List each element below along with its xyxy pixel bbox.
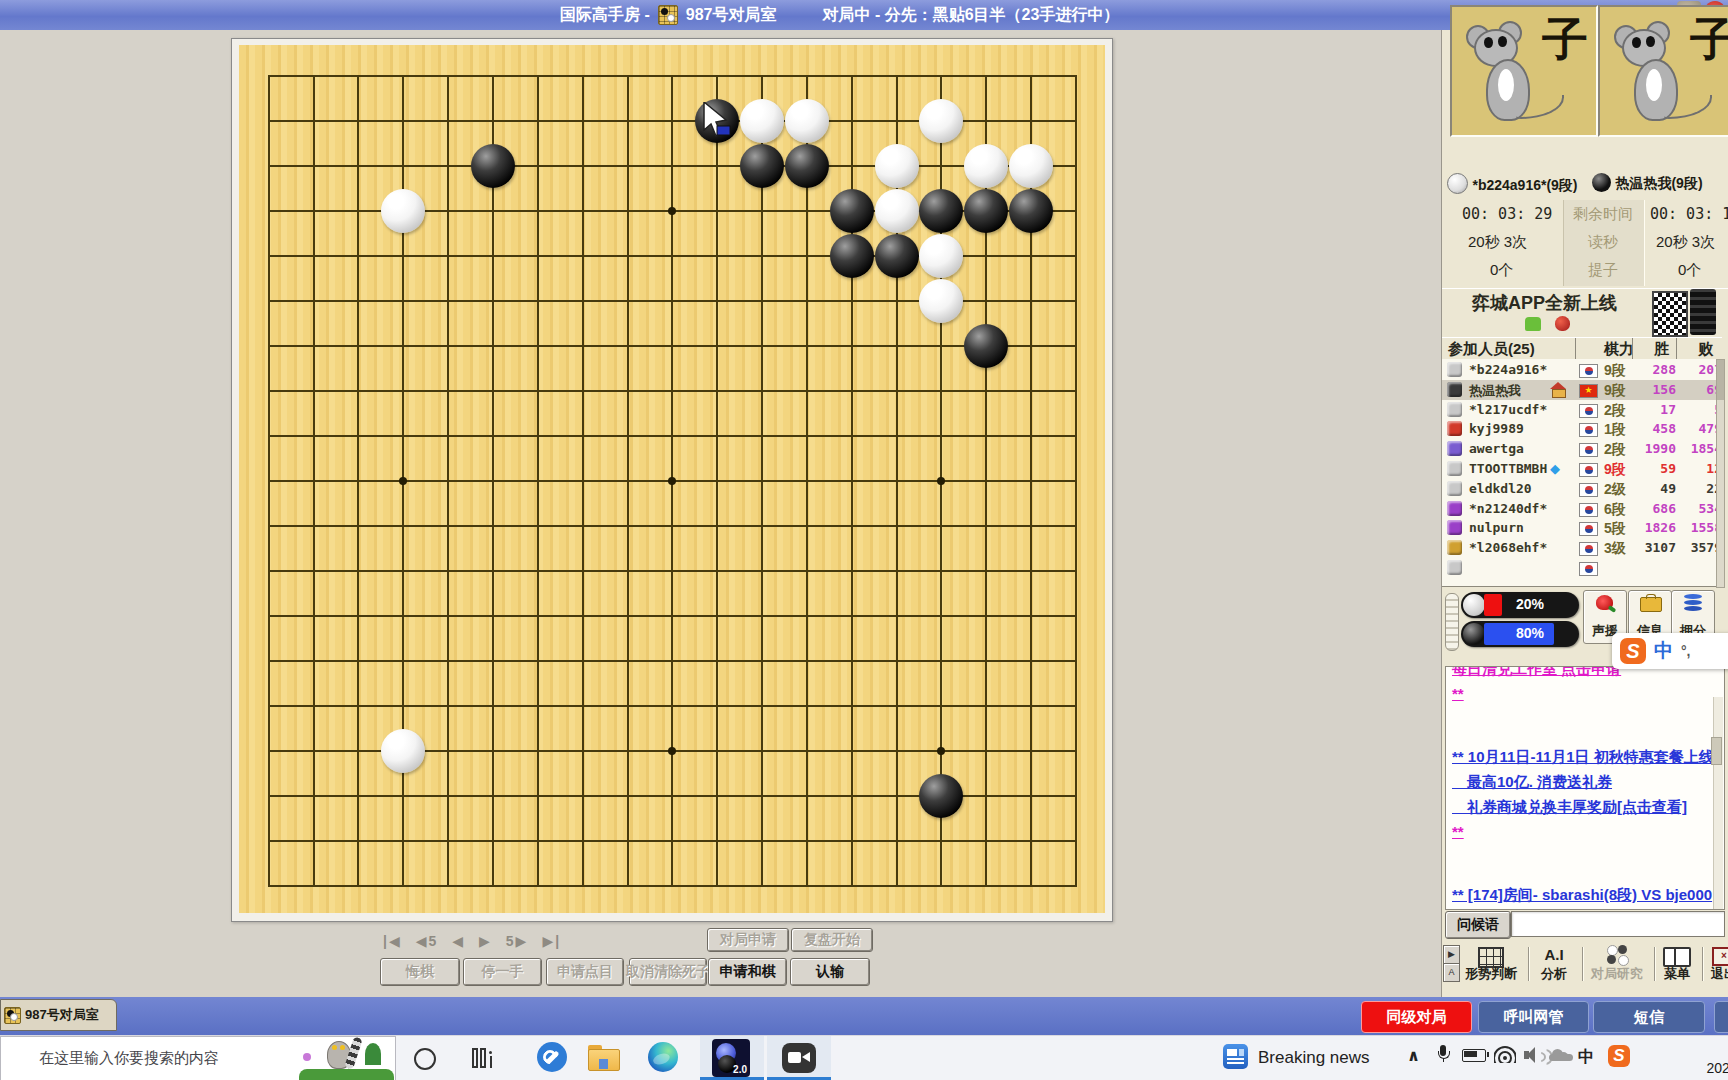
white-player-avatar: 子 <box>1450 5 1598 137</box>
room-tab[interactable]: 987号对局室 <box>0 999 117 1031</box>
chat-scrollbar[interactable] <box>1713 697 1723 910</box>
player-rank: 2级 <box>1604 481 1626 499</box>
player-wins: 686 <box>1628 501 1676 516</box>
go-client-app-icon[interactable]: 2.0 <box>712 1039 750 1077</box>
korea-flag-icon <box>1579 542 1598 556</box>
black-stone[interactable] <box>1009 189 1053 233</box>
grid-line-v <box>806 75 808 887</box>
camera-app-icon[interactable] <box>782 1043 816 1073</box>
black-stone-icon <box>1592 173 1611 192</box>
black-stone[interactable] <box>830 189 874 233</box>
thumb-badge-icon <box>1447 481 1462 496</box>
player-wins: 17 <box>1628 402 1676 417</box>
roster-header-losses: 败 <box>1698 340 1713 359</box>
timer-label-byoyomi: 读秒 <box>1588 233 1618 252</box>
player-name: kyj9989 <box>1469 421 1524 436</box>
white-stone[interactable] <box>740 99 784 143</box>
player-rank: 2段 <box>1604 402 1626 420</box>
windows-taskbar: 在这里输入你要搜索的内容 2.0 <box>0 1035 1728 1080</box>
roster-scrollbar[interactable] <box>1716 359 1725 588</box>
thumb-badge-icon <box>1447 382 1462 397</box>
button-申请和棋[interactable]: 申请和棋 <box>708 958 787 986</box>
news-widget-icon[interactable] <box>1223 1044 1248 1069</box>
bottom-bar-extra-button[interactable] <box>1714 1001 1728 1033</box>
button-申请点目[interactable]: 申请点目 <box>546 958 624 986</box>
nav-glyph[interactable]: ◀5 <box>416 933 439 949</box>
black-stone[interactable] <box>919 774 963 818</box>
chat-message[interactable]: 礼券商城兑换丰厚奖励[点击查看] <box>1452 795 1716 818</box>
white-stone[interactable] <box>964 144 1008 188</box>
black-time: 00: 03: 16 <box>1650 205 1728 223</box>
briefcase-icon <box>1640 597 1662 612</box>
nav-glyph[interactable]: |◀ <box>383 933 402 949</box>
player-rank: 9段 <box>1604 362 1626 380</box>
white-time: 00: 03: 29 <box>1462 205 1552 223</box>
go-board[interactable] <box>239 45 1105 913</box>
greeting-button[interactable]: 问候语 <box>1445 911 1511 939</box>
black-player-avatar: 子 <box>1598 5 1728 137</box>
nav-glyph[interactable]: ▶| <box>542 933 561 949</box>
player-name: nulpurn <box>1469 520 1524 535</box>
tool-形势判断[interactable]: 形势判断 <box>1458 945 1524 983</box>
grid-line-h <box>268 660 1077 662</box>
player-wins: 458 <box>1628 421 1676 436</box>
tool-退出[interactable]: ×退出 <box>1704 945 1728 983</box>
white-captures: 0个 <box>1490 261 1513 280</box>
white-stone[interactable] <box>919 234 963 278</box>
room-title: 987号对局室 <box>686 5 777 26</box>
tool-分析[interactable]: A.I分析 <box>1530 945 1578 983</box>
black-player-name: 热温热我(9段) <box>1615 175 1702 191</box>
grid-line-v <box>761 75 763 887</box>
chat-message[interactable]: ** <box>1452 820 1716 843</box>
player-rank: 6段 <box>1604 501 1626 519</box>
white-stone[interactable] <box>381 729 425 773</box>
zodiac-char: 子 <box>1690 9 1728 71</box>
player-wins: 156 <box>1628 382 1676 397</box>
roster-header: 参加人员(25) 棋力 胜 败 <box>1442 337 1722 361</box>
battery-icon[interactable] <box>1462 1049 1486 1062</box>
china-flag-icon: ★ <box>1579 384 1598 398</box>
task-view-icon[interactable] <box>472 1048 492 1068</box>
tool-菜单[interactable]: 菜单 <box>1656 945 1698 983</box>
white-stone[interactable] <box>1009 144 1053 188</box>
grid-line-h <box>268 840 1077 842</box>
star-point <box>937 747 945 755</box>
grid-line-h <box>268 615 1077 617</box>
white-stone-icon <box>1447 173 1468 194</box>
chat-message[interactable]: 最高10亿. 消费送礼券 <box>1452 770 1716 793</box>
chat-message[interactable]: ** 10月11日-11月1日 初秋特惠套餐上线 <box>1452 745 1716 768</box>
player-name: awertga <box>1469 441 1524 456</box>
star-point <box>668 207 676 215</box>
black-stone[interactable] <box>740 144 784 188</box>
microphone-icon[interactable] <box>1438 1045 1448 1061</box>
player-name: *l217ucdf* <box>1469 402 1547 417</box>
wifi-icon[interactable] <box>1494 1046 1516 1063</box>
button-停一手[interactable]: 停一手 <box>463 958 542 986</box>
ime-language-indicator[interactable]: 中 <box>1578 1047 1594 1068</box>
player-name: eldkdl20 <box>1469 481 1532 496</box>
player-wins: 1826 <box>1628 520 1676 535</box>
go-board-icon <box>658 5 678 25</box>
korea-flag-icon <box>1579 522 1598 536</box>
thumb-badge-icon <box>1447 421 1462 436</box>
chat-message[interactable]: ** <box>1452 682 1716 705</box>
app-banner[interactable]: 弈城APP全新上线 <box>1442 288 1728 338</box>
player-name: *n21240df* <box>1469 501 1547 516</box>
korea-flag-icon <box>1579 503 1598 517</box>
search-box[interactable]: 在这里输入你要搜索的内容 <box>0 1036 396 1080</box>
white-support-bar: 20% <box>1461 592 1579 618</box>
diamond-icon: ◆ <box>1550 461 1560 476</box>
korea-flag-icon <box>1579 404 1598 418</box>
roster-row[interactable]: nulpurn5段18261558 <box>1442 518 1722 538</box>
banner-text[interactable]: 弈城APP全新上线 <box>1472 291 1617 315</box>
mouse-cursor <box>702 102 736 142</box>
move-navigation[interactable]: |◀◀5◀▶5▶▶| <box>383 933 561 949</box>
black-stone[interactable] <box>830 234 874 278</box>
bottombar-短信[interactable]: 短信 <box>1593 1001 1705 1033</box>
button-取消清除死子[interactable]: 取消清除死子 <box>629 958 707 986</box>
speaker-icon[interactable] <box>1524 1047 1546 1063</box>
black-support-bar: 80% <box>1461 621 1579 647</box>
roster-row[interactable]: 热温热我★9段15669 <box>1442 380 1722 400</box>
tool-对局研究[interactable]: 对局研究 <box>1584 945 1650 983</box>
white-stone[interactable] <box>875 144 919 188</box>
roster-row[interactable]: kyj99891段458479 <box>1442 419 1722 439</box>
star-point <box>668 747 676 755</box>
player-wins: 1990 <box>1628 441 1676 456</box>
roster-list[interactable]: *b224a916*9段288207热温热我★9段15669*l217ucdf*… <box>1442 359 1722 587</box>
house-icon <box>1550 382 1566 396</box>
player-wins: 49 <box>1628 481 1676 496</box>
star-point <box>937 477 945 485</box>
star-point <box>668 477 676 485</box>
player-rank: 9段 <box>1604 382 1626 400</box>
player-wins: 3107 <box>1628 540 1676 555</box>
grid-line-v <box>1075 75 1077 887</box>
white-stone[interactable] <box>919 279 963 323</box>
button-对局申请[interactable]: 对局申请 <box>707 928 789 952</box>
white-player-row: *b224a916*(9段) <box>1447 173 1578 195</box>
thumb-badge-icon <box>1447 520 1462 535</box>
player-rank: 9段 <box>1604 461 1626 479</box>
file-explorer-icon[interactable] <box>588 1045 618 1069</box>
cortana-icon[interactable] <box>414 1048 436 1070</box>
nav-glyph[interactable]: ◀ <box>452 933 465 949</box>
roster-row[interactable]: awertga2段19901854 <box>1442 439 1722 459</box>
white-byoyomi: 20秒 3次 <box>1468 233 1527 252</box>
sogou-ime-bar[interactable]: S 中 °, <box>1612 633 1728 669</box>
tray-chevron-icon[interactable]: ∧ <box>1407 1046 1420 1065</box>
player-rank: 2段 <box>1604 441 1626 459</box>
nav-glyph[interactable]: 5▶ <box>506 933 529 949</box>
sogou-tray-icon[interactable]: S <box>1608 1045 1630 1067</box>
edge-browser-icon[interactable] <box>648 1042 678 1072</box>
clock-time: 9:55 <box>1647 1038 1728 1058</box>
black-byoyomi: 20秒 3次 <box>1656 233 1715 252</box>
player-name: *l2068ehf* <box>1469 540 1547 555</box>
roster-header-players: 参加人员(25) <box>1448 340 1535 359</box>
white-stone[interactable] <box>875 189 919 233</box>
qr-code <box>1652 291 1688 337</box>
black-player-row: 热温热我(9段) <box>1592 173 1703 193</box>
black-stone[interactable] <box>875 234 919 278</box>
search-highlight-art <box>291 1037 396 1080</box>
black-stone-icon <box>1463 623 1485 645</box>
apple-icon <box>1555 316 1570 331</box>
player-rank: 1段 <box>1604 421 1626 439</box>
player-name: 热温热我 <box>1469 382 1521 400</box>
thumb-badge-icon <box>1447 540 1462 555</box>
thumb-badge-icon <box>1447 362 1462 377</box>
roster-row[interactable]: eldkdl202级4922 <box>1442 479 1722 499</box>
bottom-bar: 987号对局室 同级对局呼叫网管短信 <box>0 997 1728 1035</box>
korea-flag-icon <box>1579 463 1598 477</box>
search-placeholder: 在这里输入你要搜索的内容 <box>39 1049 219 1068</box>
onedrive-cloud-icon[interactable] <box>1549 1049 1573 1061</box>
phone-graphic <box>1690 289 1716 335</box>
black-stone[interactable] <box>785 144 829 188</box>
roster-row[interactable]: TTOOTTBMBH◆9段5912 <box>1442 459 1722 479</box>
button-悔棋[interactable]: 悔棋 <box>380 958 460 986</box>
black-stone[interactable] <box>964 189 1008 233</box>
roster-header-wins: 胜 <box>1654 340 1669 359</box>
button-认输[interactable]: 认输 <box>790 958 870 986</box>
tool-app-icon[interactable] <box>537 1042 567 1072</box>
roster-row[interactable]: *n21240df*6段686534 <box>1442 499 1722 519</box>
white-support-pct: 20% <box>1485 596 1575 612</box>
thumb-badge-icon <box>1447 441 1462 456</box>
star-point <box>399 477 407 485</box>
zodiac-char: 子 <box>1542 9 1588 71</box>
grid-line-h <box>268 525 1077 527</box>
grid-line-h <box>268 705 1077 707</box>
taskbar-clock[interactable]: 9:55 2022/10 <box>1647 1038 1728 1078</box>
black-stone[interactable] <box>919 189 963 233</box>
ime-language[interactable]: 中 <box>1654 638 1673 664</box>
korea-flag-icon <box>1579 423 1598 437</box>
player-name: TTOOTTBMBH <box>1469 461 1547 476</box>
chips-icon <box>1684 594 1702 599</box>
chat-input[interactable] <box>1511 911 1725 937</box>
button-复盘开始[interactable]: 复盘开始 <box>791 928 873 952</box>
grid-line-h <box>268 885 1077 887</box>
support-gauge <box>1445 593 1459 651</box>
android-icon <box>1525 317 1541 331</box>
game-status: 对局中 - 分先：黑贴6目半（23手进行中） <box>822 5 1119 26</box>
white-player-name: *b224a916*(9段) <box>1472 177 1577 193</box>
player-rank: 5段 <box>1604 520 1626 538</box>
thumb-badge-icon <box>1447 461 1462 476</box>
room-category: 国际高手房 - <box>560 5 650 26</box>
nav-glyph[interactable]: ▶ <box>479 933 492 949</box>
bottombar-呼叫网管[interactable]: 呼叫网管 <box>1478 1001 1589 1033</box>
timer-label-remaining: 剩余时间 <box>1573 205 1633 224</box>
timer-label-captures: 提子 <box>1588 261 1618 280</box>
roster-row-partial[interactable] <box>1442 558 1722 578</box>
sogou-icon[interactable]: S <box>1620 638 1646 664</box>
white-stone[interactable] <box>785 99 829 143</box>
roster-row[interactable]: *l217ucdf*2段175 <box>1442 400 1722 420</box>
korea-flag-icon <box>1579 443 1598 457</box>
korea-flag-icon <box>1579 483 1598 497</box>
player-name: *b224a916* <box>1469 362 1547 377</box>
black-stone[interactable] <box>471 144 515 188</box>
thumb-badge-icon <box>1447 402 1462 417</box>
player-wins: 59 <box>1628 461 1676 476</box>
player-wins: 288 <box>1628 362 1676 377</box>
white-stone[interactable] <box>381 189 425 233</box>
korea-flag-icon <box>1579 364 1598 378</box>
ime-punctuation[interactable]: °, <box>1681 643 1691 659</box>
grid-line-h <box>268 570 1077 572</box>
chat-message[interactable]: ** [174]房间- sbarashi(8段) VS bje000(8段)的押… <box>1452 883 1716 910</box>
roster-row[interactable]: *b224a916*9段288207 <box>1442 360 1722 380</box>
black-support-pct: 80% <box>1485 625 1575 641</box>
roster-row[interactable]: *l2068ehf*3级31073579 <box>1442 538 1722 558</box>
white-stone-icon <box>1463 594 1485 616</box>
go-board-icon <box>4 1007 21 1024</box>
white-stone[interactable] <box>919 99 963 143</box>
news-widget-label[interactable]: Breaking news <box>1258 1048 1370 1068</box>
chat-area[interactable]: 每日清兑工作室 点击申请**** 10月11日-11月1日 初秋特惠套餐上线 最… <box>1445 666 1725 910</box>
roster-header-rank: 棋力 <box>1604 340 1634 359</box>
black-captures: 0个 <box>1678 261 1701 280</box>
black-stone[interactable] <box>964 324 1008 368</box>
clock-date: 2022/10 <box>1647 1058 1728 1078</box>
bottombar-同级对局[interactable]: 同级对局 <box>1361 1001 1472 1033</box>
grid-line-v <box>716 75 718 887</box>
player-rank: 3级 <box>1604 540 1626 558</box>
thumb-badge-icon <box>1447 501 1462 516</box>
